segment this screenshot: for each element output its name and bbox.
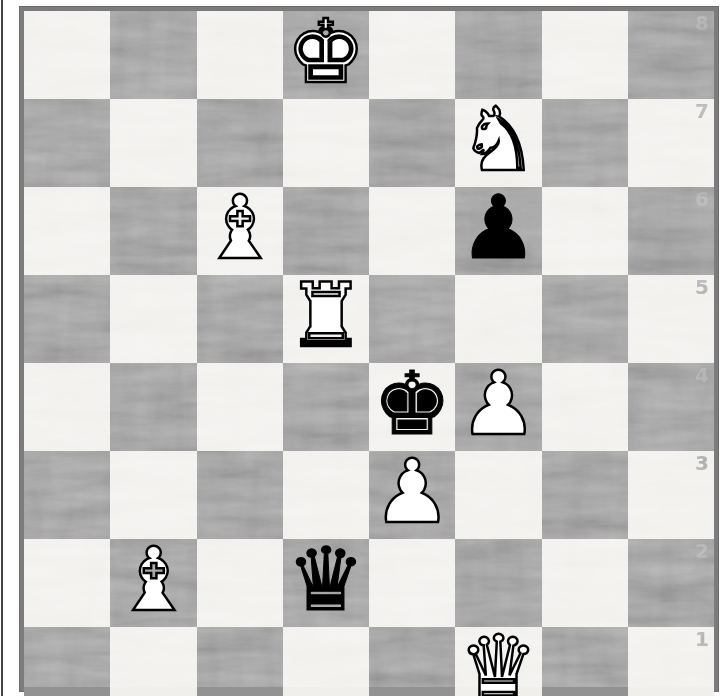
square-e8[interactable] (369, 11, 455, 99)
rank-label-4: 4 (695, 363, 709, 387)
square-c1[interactable]: C (197, 627, 283, 696)
square-h5[interactable]: 5 (628, 275, 714, 363)
file-label-d: D (287, 691, 304, 696)
square-e3[interactable]: ♟ (369, 451, 455, 539)
square-a2[interactable] (24, 539, 110, 627)
square-c6[interactable]: ♝ (197, 187, 283, 275)
square-g7[interactable] (542, 99, 628, 187)
square-b2[interactable]: ♝ (110, 539, 196, 627)
square-g3[interactable] (542, 451, 628, 539)
square-b4[interactable] (110, 363, 196, 451)
board-grid: ♚8♞7♝♟6♜5♚♟4♟3♝♛2ABCDEF♛G1H (24, 11, 714, 687)
file-label-g: G (546, 691, 562, 696)
square-d1[interactable]: D (283, 627, 369, 696)
square-e5[interactable] (369, 275, 455, 363)
square-d2[interactable]: ♛ (283, 539, 369, 627)
square-b3[interactable] (110, 451, 196, 539)
square-f6[interactable]: ♟ (455, 187, 541, 275)
square-g5[interactable] (542, 275, 628, 363)
file-label-b: B (114, 691, 129, 696)
square-f2[interactable] (455, 539, 541, 627)
square-b7[interactable] (110, 99, 196, 187)
square-d5[interactable]: ♜ (283, 275, 369, 363)
square-g2[interactable] (542, 539, 628, 627)
square-c3[interactable] (197, 451, 283, 539)
square-c4[interactable] (197, 363, 283, 451)
black-queen-d2[interactable]: ♛ (286, 536, 365, 624)
square-h8[interactable]: 8 (628, 11, 714, 99)
rank-label-1: 1 (695, 627, 709, 651)
square-b6[interactable] (110, 187, 196, 275)
rank-label-3: 3 (695, 451, 709, 475)
square-g8[interactable] (542, 11, 628, 99)
white-queen-f1[interactable]: ♛ (459, 624, 538, 696)
white-pawn-e3[interactable]: ♟ (373, 448, 452, 536)
square-a3[interactable] (24, 451, 110, 539)
square-b1[interactable]: B (110, 627, 196, 696)
square-e4[interactable]: ♚ (369, 363, 455, 451)
square-a4[interactable] (24, 363, 110, 451)
white-king-d8[interactable]: ♚ (286, 8, 365, 96)
square-d6[interactable] (283, 187, 369, 275)
square-e1[interactable]: E (369, 627, 455, 696)
square-c5[interactable] (197, 275, 283, 363)
square-d3[interactable] (283, 451, 369, 539)
square-c7[interactable] (197, 99, 283, 187)
square-a1[interactable]: A (24, 627, 110, 696)
black-king-e4[interactable]: ♚ (373, 360, 452, 448)
square-d4[interactable] (283, 363, 369, 451)
square-a7[interactable] (24, 99, 110, 187)
rank-label-8: 8 (695, 11, 709, 35)
rank-label-7: 7 (695, 99, 709, 123)
square-g4[interactable] (542, 363, 628, 451)
square-e6[interactable] (369, 187, 455, 275)
rank-label-2: 2 (695, 539, 709, 563)
square-b5[interactable] (110, 275, 196, 363)
square-f4[interactable]: ♟ (455, 363, 541, 451)
black-pawn-f6[interactable]: ♟ (459, 184, 538, 272)
square-h7[interactable]: 7 (628, 99, 714, 187)
square-h2[interactable]: 2 (628, 539, 714, 627)
file-label-c: C (201, 691, 216, 696)
square-d7[interactable] (283, 99, 369, 187)
square-f3[interactable] (455, 451, 541, 539)
square-a6[interactable] (24, 187, 110, 275)
square-h4[interactable]: 4 (628, 363, 714, 451)
square-h3[interactable]: 3 (628, 451, 714, 539)
white-bishop-b2[interactable]: ♝ (114, 536, 193, 624)
chess-board: ♚8♞7♝♟6♜5♚♟4♟3♝♛2ABCDEF♛G1H (20, 7, 718, 691)
square-f8[interactable] (455, 11, 541, 99)
square-e2[interactable] (369, 539, 455, 627)
rank-label-5: 5 (695, 275, 709, 299)
square-f1[interactable]: F♛ (455, 627, 541, 696)
white-knight-f7[interactable]: ♞ (459, 96, 538, 184)
square-d8[interactable]: ♚ (283, 11, 369, 99)
square-b8[interactable] (110, 11, 196, 99)
square-h1[interactable]: 1H (628, 627, 714, 696)
square-c2[interactable] (197, 539, 283, 627)
square-a8[interactable] (24, 11, 110, 99)
white-rook-d5[interactable]: ♜ (286, 272, 365, 360)
square-g1[interactable]: G (542, 627, 628, 696)
square-c8[interactable] (197, 11, 283, 99)
square-f7[interactable]: ♞ (455, 99, 541, 187)
file-label-a: A (28, 691, 43, 696)
file-label-h: H (632, 691, 649, 696)
window-edge-line (1, 0, 3, 696)
file-label-e: E (373, 691, 387, 696)
square-g6[interactable] (542, 187, 628, 275)
square-e7[interactable] (369, 99, 455, 187)
rank-label-6: 6 (695, 187, 709, 211)
square-f5[interactable] (455, 275, 541, 363)
white-pawn-f4[interactable]: ♟ (459, 360, 538, 448)
square-h6[interactable]: 6 (628, 187, 714, 275)
square-a5[interactable] (24, 275, 110, 363)
page: ♚8♞7♝♟6♜5♚♟4♟3♝♛2ABCDEF♛G1H (0, 0, 720, 696)
white-bishop-c6[interactable]: ♝ (200, 184, 279, 272)
